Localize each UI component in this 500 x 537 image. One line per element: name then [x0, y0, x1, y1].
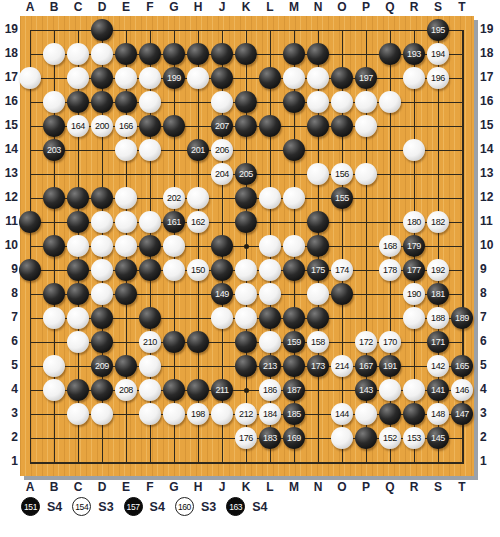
- black-stone-R9: 177: [403, 259, 425, 281]
- stone-move-number: 177: [407, 266, 421, 275]
- black-stone-L15: [259, 115, 281, 137]
- white-stone-N8: [307, 283, 329, 305]
- white-stone-H9: 150: [187, 259, 209, 281]
- caption-move-151: 151: [21, 497, 40, 516]
- coord-label-right-5: 5: [480, 359, 497, 372]
- coord-label-left-1: 1: [1, 455, 18, 468]
- stone-move-number: 143: [359, 386, 373, 395]
- black-stone-O8: [331, 283, 353, 305]
- coord-label-top-N: N: [306, 1, 330, 14]
- black-stone-D19: [91, 19, 113, 41]
- caption-move-160: 160: [175, 497, 194, 516]
- white-stone-D10: [91, 235, 113, 257]
- caption-point-163: S4: [252, 500, 267, 514]
- white-stone-Q2: 152: [379, 427, 401, 449]
- white-stone-Q16: [379, 91, 401, 113]
- black-stone-E16: [115, 91, 137, 113]
- white-stone-B7: [43, 307, 65, 329]
- stone-move-number: 182: [431, 218, 445, 227]
- black-stone-E8: [115, 283, 137, 305]
- stone-move-number: 142: [431, 362, 445, 371]
- white-stone-P15: [355, 115, 377, 137]
- stone-move-number: 150: [191, 266, 205, 275]
- coord-label-left-8: 8: [1, 287, 18, 300]
- black-stone-N15: [307, 115, 329, 137]
- coord-label-right-7: 7: [480, 311, 497, 324]
- coord-label-bottom-E: E: [114, 481, 138, 494]
- white-stone-D3: [91, 403, 113, 425]
- coord-label-bottom-B: B: [42, 481, 66, 494]
- white-stone-O2: [331, 427, 353, 449]
- white-stone-D15: 200: [91, 115, 113, 137]
- black-stone-G15: [163, 115, 185, 137]
- white-stone-F5: [139, 355, 161, 377]
- coord-label-bottom-K: K: [234, 481, 258, 494]
- black-stone-G17: 199: [163, 67, 185, 89]
- white-stone-K3: 212: [235, 403, 257, 425]
- black-stone-S2: 145: [427, 427, 449, 449]
- white-stone-F3: [139, 403, 161, 425]
- white-stone-F16: [139, 91, 161, 113]
- coord-label-bottom-G: G: [162, 481, 186, 494]
- stone-move-number: 144: [335, 410, 349, 419]
- stone-move-number: 181: [431, 290, 445, 299]
- white-stone-F4: [139, 379, 161, 401]
- white-stone-G10: [163, 235, 185, 257]
- stone-move-number: 188: [431, 314, 445, 323]
- white-stone-O9: 174: [331, 259, 353, 281]
- coord-label-left-5: 5: [1, 359, 18, 372]
- white-stone-B16: [43, 91, 65, 113]
- white-stone-R4: [403, 379, 425, 401]
- white-stone-C15: 164: [67, 115, 89, 137]
- white-stone-C10: [67, 235, 89, 257]
- black-stone-E18: [115, 43, 137, 65]
- coord-label-top-H: H: [186, 1, 210, 14]
- caption-point-157: S4: [150, 500, 165, 514]
- black-stone-H4: [187, 379, 209, 401]
- white-stone-K7: [235, 307, 257, 329]
- stone-move-number: 213: [263, 362, 277, 371]
- stone-move-number: 166: [119, 122, 133, 131]
- stone-move-number: 193: [407, 50, 421, 59]
- coord-label-top-P: P: [354, 1, 378, 14]
- white-stone-E12: [115, 187, 137, 209]
- black-stone-B8: [43, 283, 65, 305]
- black-stone-R10: 179: [403, 235, 425, 257]
- stone-move-number: 212: [239, 410, 253, 419]
- black-stone-J10: [211, 235, 233, 257]
- black-stone-F15: [139, 115, 161, 137]
- white-stone-F11: [139, 211, 161, 233]
- coord-label-left-16: 16: [1, 95, 18, 108]
- black-stone-D16: [91, 91, 113, 113]
- coord-label-left-19: 19: [1, 23, 18, 36]
- stone-move-number: 184: [263, 410, 277, 419]
- coord-label-right-14: 14: [480, 143, 497, 156]
- black-stone-N5: 173: [307, 355, 329, 377]
- white-stone-K9: [235, 259, 257, 281]
- stone-move-number: 200: [95, 122, 109, 131]
- white-stone-C3: [67, 403, 89, 425]
- black-stone-N11: [307, 211, 329, 233]
- stone-move-number: 214: [335, 362, 349, 371]
- coord-label-bottom-N: N: [306, 481, 330, 494]
- white-stone-R14: [403, 139, 425, 161]
- white-stone-C18: [67, 43, 89, 65]
- black-stone-C11: [67, 211, 89, 233]
- coord-label-right-10: 10: [480, 239, 497, 252]
- black-stone-M6: 159: [283, 331, 305, 353]
- black-stone-K12: [235, 187, 257, 209]
- coord-label-bottom-S: S: [426, 481, 450, 494]
- kifu-diagram: 1951931941991971961642001662072032012062…: [0, 0, 500, 537]
- black-stone-M2: 169: [283, 427, 305, 449]
- coord-label-right-17: 17: [480, 71, 497, 84]
- caption-move-154: 154: [72, 497, 91, 516]
- white-stone-J16: [211, 91, 233, 113]
- stone-move-number: 165: [455, 362, 469, 371]
- stone-move-number: 190: [407, 290, 421, 299]
- white-stone-C17: [67, 67, 89, 89]
- white-stone-R11: 180: [403, 211, 425, 233]
- coord-label-right-18: 18: [480, 47, 497, 60]
- black-stone-Q5: 191: [379, 355, 401, 377]
- coord-label-top-C: C: [66, 1, 90, 14]
- black-stone-S6: 171: [427, 331, 449, 353]
- white-stone-T4: 146: [451, 379, 473, 401]
- white-stone-K8: [235, 283, 257, 305]
- black-stone-D17: [91, 67, 113, 89]
- black-stone-B10: [43, 235, 65, 257]
- black-stone-K5: [235, 355, 257, 377]
- black-stone-C9: [67, 259, 89, 281]
- coord-label-left-7: 7: [1, 311, 18, 324]
- white-stone-Q6: 170: [379, 331, 401, 353]
- stone-move-number: 141: [431, 386, 445, 395]
- black-stone-N10: [307, 235, 329, 257]
- star-point-K10: [244, 244, 249, 249]
- white-stone-M17: [283, 67, 305, 89]
- coord-label-right-9: 9: [480, 263, 497, 276]
- coord-label-left-11: 11: [1, 215, 18, 228]
- white-stone-L4: 186: [259, 379, 281, 401]
- white-stone-B18: [43, 43, 65, 65]
- black-stone-F10: [139, 235, 161, 257]
- stone-move-number: 195: [431, 26, 445, 35]
- white-stone-S7: 188: [427, 307, 449, 329]
- coord-label-right-1: 1: [480, 455, 497, 468]
- stone-move-number: 171: [431, 338, 445, 347]
- stone-move-number: 148: [431, 410, 445, 419]
- black-stone-Q3: [379, 403, 401, 425]
- black-stone-K11: [235, 211, 257, 233]
- stone-move-number: 203: [47, 146, 61, 155]
- stone-move-number: 209: [95, 362, 109, 371]
- black-stone-A11: [19, 211, 41, 233]
- black-stone-T3: 147: [451, 403, 473, 425]
- black-stone-S19: 195: [427, 19, 449, 41]
- white-stone-H11: 162: [187, 211, 209, 233]
- stone-move-number: 207: [215, 122, 229, 131]
- black-stone-C16: [67, 91, 89, 113]
- black-stone-D12: [91, 187, 113, 209]
- white-stone-F17: [139, 67, 161, 89]
- stone-move-number: 156: [335, 170, 349, 179]
- black-stone-H14: 201: [187, 139, 209, 161]
- white-stone-E15: 166: [115, 115, 137, 137]
- coord-label-bottom-H: H: [186, 481, 210, 494]
- stone-move-number: 159: [287, 338, 301, 347]
- black-stone-J4: 211: [211, 379, 233, 401]
- coord-label-right-16: 16: [480, 95, 497, 108]
- white-stone-A17: [19, 67, 41, 89]
- white-stone-Q10: 168: [379, 235, 401, 257]
- stone-move-number: 191: [383, 362, 397, 371]
- coord-label-bottom-F: F: [138, 481, 162, 494]
- black-stone-Q18: [379, 43, 401, 65]
- white-stone-L6: [259, 331, 281, 353]
- coord-label-top-M: M: [282, 1, 306, 14]
- stone-move-number: 175: [311, 266, 325, 275]
- stone-move-number: 206: [215, 146, 229, 155]
- stone-move-number: 199: [167, 74, 181, 83]
- coord-label-bottom-M: M: [282, 481, 306, 494]
- white-stone-S11: 182: [427, 211, 449, 233]
- coord-label-left-3: 3: [1, 407, 18, 420]
- black-stone-K15: [235, 115, 257, 137]
- stone-move-number: 179: [407, 242, 421, 251]
- coord-label-bottom-A: A: [18, 481, 42, 494]
- coord-label-top-F: F: [138, 1, 162, 14]
- stone-move-number: 183: [263, 434, 277, 443]
- black-stone-P4: 143: [355, 379, 377, 401]
- white-stone-R2: 153: [403, 427, 425, 449]
- white-stone-C6: [67, 331, 89, 353]
- coord-label-bottom-T: T: [450, 481, 474, 494]
- stone-move-number: 169: [287, 434, 301, 443]
- stone-move-number: 197: [359, 74, 373, 83]
- white-stone-P3: [355, 403, 377, 425]
- black-stone-M4: 187: [283, 379, 305, 401]
- coord-label-left-18: 18: [1, 47, 18, 60]
- white-stone-B5: [43, 355, 65, 377]
- stone-move-number: 153: [407, 434, 421, 443]
- white-stone-S3: 148: [427, 403, 449, 425]
- stone-move-number: 204: [215, 170, 229, 179]
- stone-move-number: 211: [215, 386, 228, 395]
- white-stone-L12: [259, 187, 281, 209]
- black-stone-T5: 165: [451, 355, 473, 377]
- stone-move-number: 149: [215, 290, 229, 299]
- white-stone-F14: [139, 139, 161, 161]
- black-stone-B12: [43, 187, 65, 209]
- stone-move-number: 201: [191, 146, 205, 155]
- stone-move-number: 189: [455, 314, 469, 323]
- white-stone-P6: 172: [355, 331, 377, 353]
- stone-move-number: 208: [119, 386, 133, 395]
- black-stone-E9: [115, 259, 137, 281]
- stone-move-number: 196: [431, 74, 445, 83]
- coord-label-right-12: 12: [480, 191, 497, 204]
- black-stone-O17: [331, 67, 353, 89]
- white-stone-D8: [91, 283, 113, 305]
- black-stone-B14: 203: [43, 139, 65, 161]
- coord-label-bottom-L: L: [258, 481, 282, 494]
- coord-label-left-4: 4: [1, 383, 18, 396]
- stone-move-number: 173: [311, 362, 325, 371]
- white-stone-N13: [307, 163, 329, 185]
- coord-label-right-2: 2: [480, 431, 497, 444]
- star-point-K4: [244, 388, 249, 393]
- white-stone-O13: 156: [331, 163, 353, 185]
- coord-label-top-G: G: [162, 1, 186, 14]
- black-stone-B15: [43, 115, 65, 137]
- stone-move-number: 167: [359, 362, 373, 371]
- black-stone-R18: 193: [403, 43, 425, 65]
- coord-label-left-6: 6: [1, 335, 18, 348]
- white-stone-S5: 142: [427, 355, 449, 377]
- black-stone-R3: [403, 403, 425, 425]
- black-stone-G11: 161: [163, 211, 185, 233]
- stone-move-number: 145: [431, 434, 445, 443]
- go-board: 1951931941991971961642001662072032012062…: [20, 16, 474, 476]
- coord-label-left-12: 12: [1, 191, 18, 204]
- coord-label-left-9: 9: [1, 263, 18, 276]
- black-stone-F7: [139, 307, 161, 329]
- coord-label-top-K: K: [234, 1, 258, 14]
- stone-move-number: 162: [191, 218, 205, 227]
- black-stone-O15: [331, 115, 353, 137]
- black-stone-J9: [211, 259, 233, 281]
- black-stone-D4: [91, 379, 113, 401]
- white-stone-O16: [331, 91, 353, 113]
- white-stone-N6: 158: [307, 331, 329, 353]
- black-stone-M7: [283, 307, 305, 329]
- coord-label-top-B: B: [42, 1, 66, 14]
- caption-point-160: S3: [201, 500, 216, 514]
- stone-move-number: 146: [455, 386, 469, 395]
- black-stone-M18: [283, 43, 305, 65]
- stone-move-number: 172: [359, 338, 373, 347]
- white-stone-K2: 176: [235, 427, 257, 449]
- black-stone-E5: [115, 355, 137, 377]
- coord-label-left-15: 15: [1, 119, 18, 132]
- black-stone-P17: 197: [355, 67, 377, 89]
- black-stone-N7: [307, 307, 329, 329]
- black-stone-M5: [283, 355, 305, 377]
- coord-label-top-R: R: [402, 1, 426, 14]
- stone-move-number: 158: [311, 338, 325, 347]
- coord-label-bottom-R: R: [402, 481, 426, 494]
- coord-label-bottom-Q: Q: [378, 481, 402, 494]
- white-stone-L3: 184: [259, 403, 281, 425]
- coord-label-right-19: 19: [480, 23, 497, 36]
- black-stone-G4: [163, 379, 185, 401]
- white-stone-R17: [403, 67, 425, 89]
- black-stone-A9: [19, 259, 41, 281]
- white-stone-H12: [187, 187, 209, 209]
- coord-label-bottom-C: C: [66, 481, 90, 494]
- stone-move-number: 168: [383, 242, 397, 251]
- white-stone-R7: [403, 307, 425, 329]
- coord-label-left-17: 17: [1, 71, 18, 84]
- white-stone-D11: [91, 211, 113, 233]
- stone-move-number: 187: [287, 386, 301, 395]
- white-stone-S9: 192: [427, 259, 449, 281]
- white-stone-E4: 208: [115, 379, 137, 401]
- coord-label-top-T: T: [450, 1, 474, 14]
- stone-move-number: 186: [263, 386, 277, 395]
- black-stone-J18: [211, 43, 233, 65]
- black-stone-K16: [235, 91, 257, 113]
- stone-move-number: 194: [431, 50, 445, 59]
- coord-label-top-E: E: [114, 1, 138, 14]
- coord-label-left-10: 10: [1, 239, 18, 252]
- black-stone-P2: [355, 427, 377, 449]
- white-stone-S17: 196: [427, 67, 449, 89]
- stone-move-number: 178: [383, 266, 397, 275]
- black-stone-P5: 167: [355, 355, 377, 377]
- black-stone-C12: [67, 187, 89, 209]
- black-stone-K18: [235, 43, 257, 65]
- coord-label-left-13: 13: [1, 167, 18, 180]
- black-stone-D6: [91, 331, 113, 353]
- coord-label-left-14: 14: [1, 143, 18, 156]
- caption-move-163: 163: [226, 497, 245, 516]
- coord-label-right-13: 13: [480, 167, 497, 180]
- white-stone-J3: [211, 403, 233, 425]
- white-stone-G9: [163, 259, 185, 281]
- white-stone-D18: [91, 43, 113, 65]
- black-stone-T7: 189: [451, 307, 473, 329]
- black-stone-D7: [91, 307, 113, 329]
- black-stone-S4: 141: [427, 379, 449, 401]
- coord-label-bottom-D: D: [90, 481, 114, 494]
- white-stone-R8: 190: [403, 283, 425, 305]
- white-stone-D9: [91, 259, 113, 281]
- white-stone-S18: 194: [427, 43, 449, 65]
- white-stone-L9: [259, 259, 281, 281]
- white-stone-Q4: [379, 379, 401, 401]
- black-stone-N9: 175: [307, 259, 329, 281]
- stone-move-number: 185: [287, 410, 301, 419]
- black-stone-L7: [259, 307, 281, 329]
- black-stone-L2: 183: [259, 427, 281, 449]
- caption-point-154: S3: [98, 500, 113, 514]
- stone-move-number: 202: [167, 194, 181, 203]
- white-stone-E14: [115, 139, 137, 161]
- white-stone-P13: [355, 163, 377, 185]
- white-stone-J13: 204: [211, 163, 233, 185]
- white-stone-E10: [115, 235, 137, 257]
- black-stone-L5: 213: [259, 355, 281, 377]
- black-stone-F18: [139, 43, 161, 65]
- stone-move-number: 147: [455, 410, 469, 419]
- coord-label-right-15: 15: [480, 119, 497, 132]
- black-stone-D5: 209: [91, 355, 113, 377]
- black-stone-M3: 185: [283, 403, 305, 425]
- white-stone-N17: [307, 67, 329, 89]
- white-stone-L10: [259, 235, 281, 257]
- white-stone-B4: [43, 379, 65, 401]
- stone-move-number: 192: [431, 266, 445, 275]
- stone-move-number: 152: [383, 434, 397, 443]
- white-stone-C7: [67, 307, 89, 329]
- stone-move-number: 198: [191, 410, 205, 419]
- white-stone-J14: 206: [211, 139, 233, 161]
- black-stone-O12: 155: [331, 187, 353, 209]
